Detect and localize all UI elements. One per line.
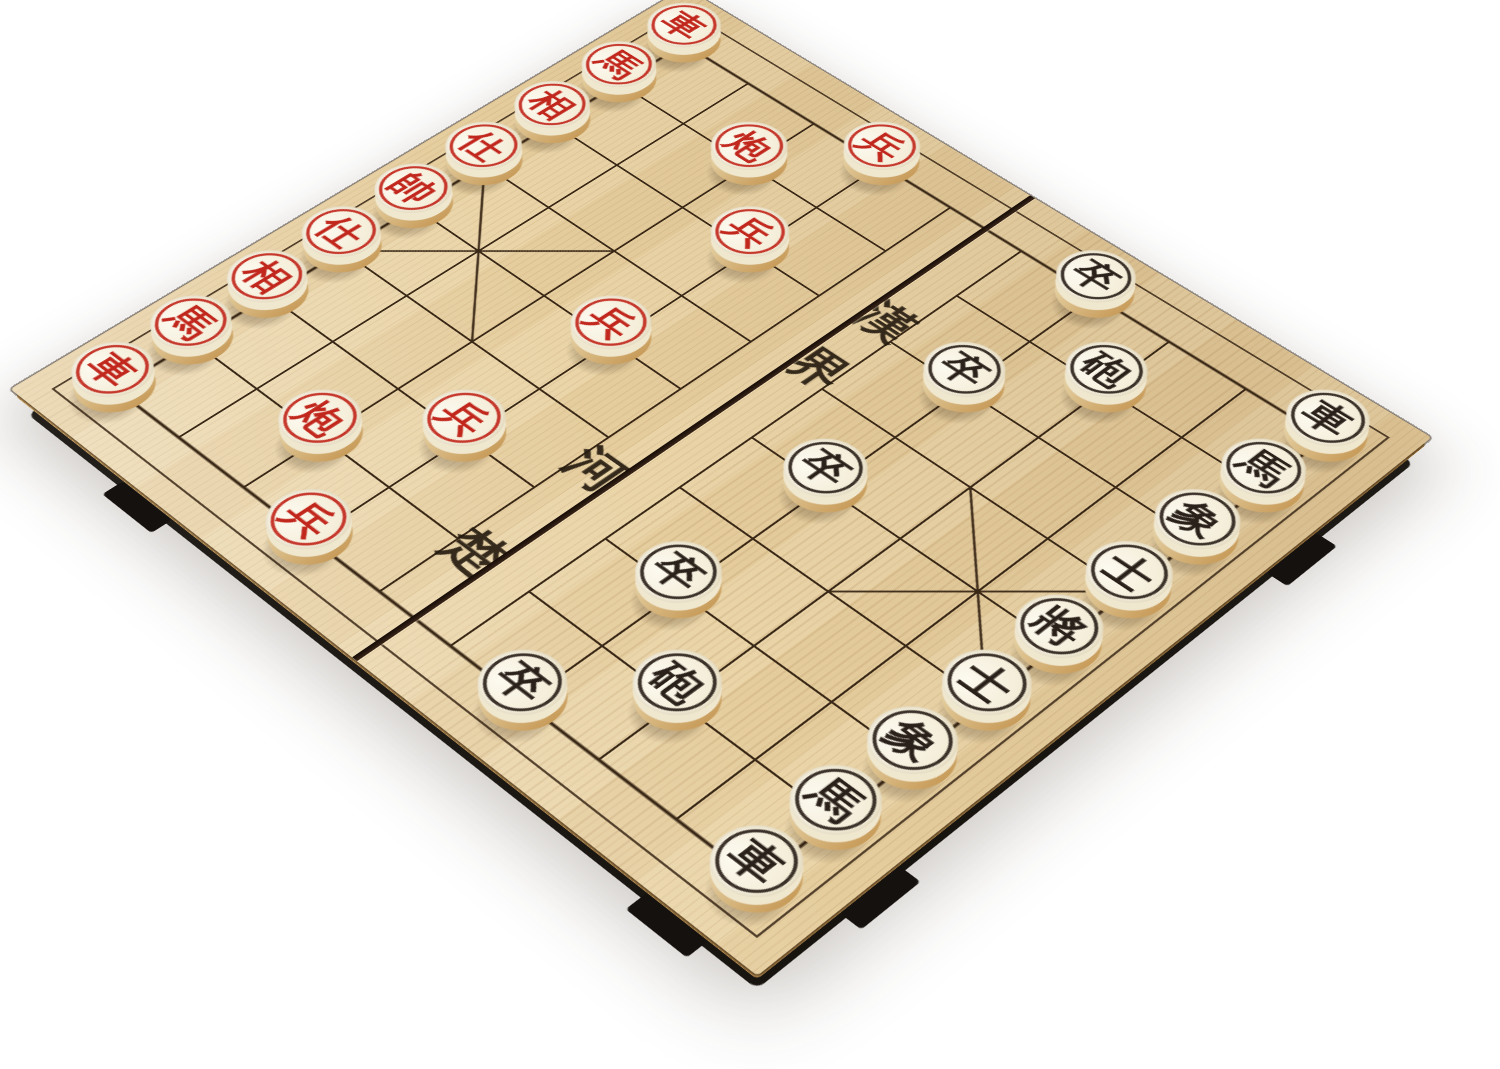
product-photo: 楚河界漢車馬相仕帥仕相馬車炮炮兵兵兵兵兵卒卒卒卒卒砲砲車馬象士將士象馬車	[0, 0, 1500, 1069]
xiangqi-board: 楚河界漢車馬相仕帥仕相馬車炮炮兵兵兵兵兵卒卒卒卒卒砲砲車馬象士將士象馬車	[10, 0, 1431, 976]
